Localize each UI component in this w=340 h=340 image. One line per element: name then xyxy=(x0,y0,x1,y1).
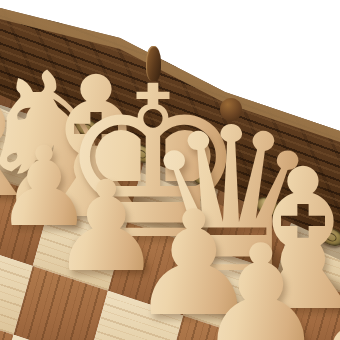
queen-dark-ball xyxy=(220,98,242,121)
chess-set-photo: ♝♞♝♟♚♛♟♝♟♟♟ xyxy=(0,0,340,340)
white-pawn-5-partial: ♟ xyxy=(280,288,340,340)
king-dark-finial xyxy=(146,46,161,81)
